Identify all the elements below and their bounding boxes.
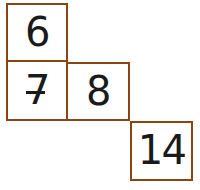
cell-value-6: 6 xyxy=(25,12,49,54)
cell-r3c3: 14 xyxy=(130,121,193,181)
cell-value-7: 7 xyxy=(25,70,49,112)
cell-value-8: 8 xyxy=(86,71,110,113)
cell-value-14: 14 xyxy=(138,130,186,172)
cell-r1c1: 6 xyxy=(6,3,68,62)
cell-r2c2: 8 xyxy=(68,62,130,121)
puzzle-board: 6 7 8 14 xyxy=(0,0,200,190)
cell-r2c1: 7 xyxy=(6,62,68,121)
puzzle-grid: 6 7 8 14 xyxy=(6,3,193,181)
